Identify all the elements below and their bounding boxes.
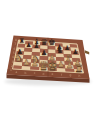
piece-shadow — [76, 71, 81, 73]
square-c4 — [31, 56, 39, 60]
piece-shadow — [59, 66, 63, 67]
square-h3 — [73, 62, 82, 66]
piece-shadow — [33, 65, 37, 66]
square-f3 — [56, 61, 65, 65]
square-f7 — [55, 46, 63, 50]
square-h2 — [73, 65, 82, 69]
latch — [85, 50, 89, 54]
piece-shadow — [49, 44, 53, 45]
piece-shadow — [67, 67, 71, 68]
piece-shadow — [35, 47, 38, 48]
piece-shadow — [49, 69, 55, 71]
square-f4 — [56, 57, 65, 61]
square-h6 — [71, 51, 80, 55]
square-g5 — [64, 54, 73, 58]
piece-shadow — [35, 43, 39, 44]
piece-shadow — [58, 52, 62, 53]
piece-shadow — [50, 59, 54, 60]
square-b4 — [23, 55, 32, 59]
square-g6 — [63, 50, 71, 54]
square-d4 — [40, 56, 48, 60]
square-e4 — [48, 57, 56, 61]
square-c5 — [32, 52, 40, 56]
square-d2 — [39, 63, 48, 67]
piece-shadow — [24, 64, 28, 65]
square-g3 — [64, 61, 73, 65]
square-e6 — [48, 49, 56, 53]
piece-shadow — [20, 42, 23, 43]
board-root: abcdefgh12345678♜♝♛♚♟♟♟♟♞♟♟♟♟♝♞♞♟♟♟♟♟♛♚♜ — [4, 36, 92, 86]
square-e2 — [48, 64, 57, 68]
square-a7 — [17, 44, 25, 48]
piece-shadow — [65, 49, 68, 50]
piece-shadow — [58, 49, 61, 50]
square-e5 — [48, 53, 56, 57]
piece-shadow — [27, 47, 30, 48]
square-a5 — [16, 51, 25, 55]
piece-shadow — [16, 60, 21, 62]
square-b6 — [24, 48, 32, 52]
piece-shadow — [18, 53, 22, 54]
square-a4 — [15, 55, 24, 59]
piece-shadow — [40, 69, 46, 71]
square-b3 — [22, 59, 31, 63]
square-e3 — [48, 60, 57, 64]
square-d6 — [40, 49, 48, 53]
piece-shadow — [33, 61, 38, 63]
square-e7 — [48, 46, 56, 50]
square-c7 — [32, 45, 40, 49]
square-h5 — [72, 54, 81, 58]
piece-shadow — [74, 53, 77, 54]
product-photo: abcdefgh12345678♜♝♛♚♟♟♟♟♞♟♟♟♟♝♞♞♟♟♟♟♟♛♚♜ — [0, 0, 95, 126]
square-a6 — [16, 47, 24, 51]
square-d7 — [40, 45, 48, 49]
square-d5 — [40, 52, 48, 56]
square-h7 — [70, 47, 78, 51]
square-c6 — [32, 48, 40, 52]
piece-shadow — [75, 64, 79, 65]
chess-board: abcdefgh12345678♜♝♛♚♟♟♟♟♞♟♟♟♟♝♞♞♟♟♟♟♟♛♚♜ — [0, 0, 95, 126]
square-g7 — [63, 47, 71, 51]
piece-shadow — [42, 55, 46, 56]
square-b5 — [24, 51, 32, 55]
piece-shadow — [66, 60, 71, 62]
square-f5 — [56, 53, 64, 57]
square-b7 — [25, 44, 33, 48]
square-h4 — [72, 58, 81, 62]
square-d3 — [39, 60, 47, 64]
square-a2 — [13, 62, 22, 66]
piece-shadow — [42, 44, 46, 45]
